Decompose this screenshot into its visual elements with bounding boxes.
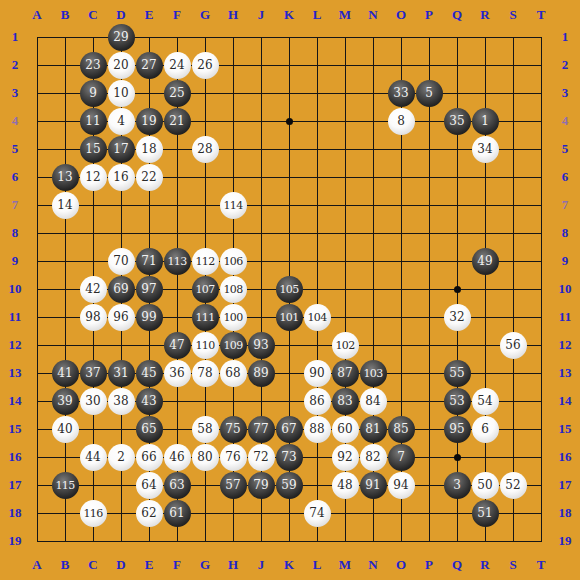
move-number: 4 <box>117 114 125 128</box>
stone-black-71-E9[interactable]: 71 <box>136 248 163 275</box>
move-number: 7 <box>397 450 405 464</box>
move-number: 10 <box>113 86 128 100</box>
col-label-G: G <box>191 551 219 579</box>
stone-black-85-O15[interactable]: 85 <box>388 416 415 443</box>
stone-black-13-B6[interactable]: 13 <box>52 164 79 191</box>
stone-black-53-Q14[interactable]: 53 <box>444 388 471 415</box>
move-number: 47 <box>169 338 184 352</box>
move-number: 88 <box>309 422 324 436</box>
right-row-labels: 12345678910111213141516171819 <box>551 23 579 555</box>
move-number: 48 <box>337 478 352 492</box>
move-number: 93 <box>253 338 268 352</box>
stone-black-105-K10[interactable]: 105 <box>276 276 303 303</box>
stone-black-113-F9[interactable]: 113 <box>164 248 191 275</box>
stone-black-99-E11[interactable]: 99 <box>136 304 163 331</box>
move-number: 13 <box>57 170 72 184</box>
move-number: 2 <box>117 450 125 464</box>
move-number: 44 <box>85 450 100 464</box>
move-number: 71 <box>141 254 156 268</box>
move-number: 36 <box>169 366 184 380</box>
move-number: 76 <box>225 450 240 464</box>
stone-black-45-E13[interactable]: 45 <box>136 360 163 387</box>
stone-white-100-H11[interactable]: 100 <box>220 304 247 331</box>
move-number: 67 <box>281 422 296 436</box>
col-label-S: S <box>499 551 527 579</box>
move-number: 77 <box>253 422 268 436</box>
col-label-Q: Q <box>443 551 471 579</box>
move-number: 104 <box>307 311 326 324</box>
move-number: 9 <box>89 86 97 100</box>
stone-black-57-H17[interactable]: 57 <box>220 472 247 499</box>
stone-black-61-F18[interactable]: 61 <box>164 500 191 527</box>
stone-white-84-N14[interactable]: 84 <box>360 388 387 415</box>
stone-white-34-R5[interactable]: 34 <box>472 136 499 163</box>
move-number: 74 <box>309 506 324 520</box>
stone-black-63-F17[interactable]: 63 <box>164 472 191 499</box>
stone-white-96-D11[interactable]: 96 <box>108 304 135 331</box>
move-number: 80 <box>197 450 212 464</box>
move-number: 8 <box>397 114 405 128</box>
move-number: 99 <box>141 310 156 324</box>
stones-layer[interactable]: 1234567891011121314151617181920212223242… <box>23 23 555 555</box>
row-label-10: 10 <box>551 275 579 303</box>
go-board-diagram: ABCDEFGHJKLMNOPQRST ABCDEFGHJKLMNOPQRST … <box>0 0 580 580</box>
stone-white-68-H13[interactable]: 68 <box>220 360 247 387</box>
stone-black-73-K16[interactable]: 73 <box>276 444 303 471</box>
move-number: 105 <box>279 283 298 296</box>
row-label-12: 12 <box>551 331 579 359</box>
col-label-B: B <box>51 551 79 579</box>
row-label-1: 1 <box>551 23 579 51</box>
stone-white-62-E18[interactable]: 62 <box>136 500 163 527</box>
move-number: 34 <box>477 142 492 156</box>
stone-white-60-M15[interactable]: 60 <box>332 416 359 443</box>
stone-white-110-G12[interactable]: 110 <box>192 332 219 359</box>
move-number: 61 <box>169 506 184 520</box>
stone-white-26-G2[interactable]: 26 <box>192 52 219 79</box>
stone-black-35-Q4[interactable]: 35 <box>444 108 471 135</box>
col-label-E: E <box>135 551 163 579</box>
move-number: 106 <box>223 255 242 268</box>
stone-black-43-E14[interactable]: 43 <box>136 388 163 415</box>
stone-white-30-C14[interactable]: 30 <box>80 388 107 415</box>
stone-black-9-C3[interactable]: 9 <box>80 80 107 107</box>
move-number: 73 <box>281 450 296 464</box>
stone-black-91-N17[interactable]: 91 <box>360 472 387 499</box>
stone-black-69-D10[interactable]: 69 <box>108 276 135 303</box>
stone-black-1-R4[interactable]: 1 <box>472 108 499 135</box>
stone-black-49-R9[interactable]: 49 <box>472 248 499 275</box>
stone-black-25-F3[interactable]: 25 <box>164 80 191 107</box>
move-number: 94 <box>393 478 408 492</box>
move-number: 107 <box>195 283 214 296</box>
stone-black-33-O3[interactable]: 33 <box>388 80 415 107</box>
stone-white-32-Q11[interactable]: 32 <box>444 304 471 331</box>
col-label-N: N <box>359 551 387 579</box>
row-label-19: 19 <box>551 527 579 555</box>
move-number: 60 <box>337 422 352 436</box>
stone-white-116-C18[interactable]: 116 <box>80 500 107 527</box>
move-number: 82 <box>365 450 380 464</box>
move-number: 85 <box>393 422 408 436</box>
move-number: 65 <box>141 422 156 436</box>
move-number: 20 <box>113 58 128 72</box>
col-label-R: R <box>471 551 499 579</box>
row-label-4: 4 <box>551 107 579 135</box>
stone-white-102-M12[interactable]: 102 <box>332 332 359 359</box>
stone-black-17-D5[interactable]: 17 <box>108 136 135 163</box>
row-label-6: 6 <box>551 163 579 191</box>
move-number: 79 <box>253 478 268 492</box>
stone-black-31-D13[interactable]: 31 <box>108 360 135 387</box>
stone-black-93-J12[interactable]: 93 <box>248 332 275 359</box>
move-number: 32 <box>449 310 464 324</box>
stone-white-106-H9[interactable]: 106 <box>220 248 247 275</box>
move-number: 69 <box>113 282 128 296</box>
stone-black-103-N13[interactable]: 103 <box>360 360 387 387</box>
stone-white-104-L11[interactable]: 104 <box>304 304 331 331</box>
move-number: 23 <box>85 58 100 72</box>
stone-white-48-M17[interactable]: 48 <box>332 472 359 499</box>
col-label-D: D <box>107 551 135 579</box>
move-number: 89 <box>253 366 268 380</box>
col-label-K: K <box>275 551 303 579</box>
move-number: 12 <box>85 170 100 184</box>
move-number: 114 <box>223 199 242 212</box>
move-number: 108 <box>223 283 242 296</box>
row-label-3: 3 <box>551 79 579 107</box>
stone-white-50-R17[interactable]: 50 <box>472 472 499 499</box>
stone-white-6-R15[interactable]: 6 <box>472 416 499 443</box>
stone-white-24-F2[interactable]: 24 <box>164 52 191 79</box>
move-number: 91 <box>365 478 380 492</box>
move-number: 40 <box>57 422 72 436</box>
stone-black-59-K17[interactable]: 59 <box>276 472 303 499</box>
stone-white-44-C16[interactable]: 44 <box>80 444 107 471</box>
move-number: 25 <box>169 86 184 100</box>
move-number: 35 <box>449 114 464 128</box>
move-number: 17 <box>113 142 128 156</box>
stone-black-101-K11[interactable]: 101 <box>276 304 303 331</box>
move-number: 11 <box>85 114 100 128</box>
move-number: 29 <box>113 30 128 44</box>
stone-white-80-G16[interactable]: 80 <box>192 444 219 471</box>
row-label-13: 13 <box>551 359 579 387</box>
move-number: 63 <box>169 478 184 492</box>
move-number: 33 <box>393 86 408 100</box>
stone-white-28-G5[interactable]: 28 <box>192 136 219 163</box>
stone-white-36-F13[interactable]: 36 <box>164 360 191 387</box>
stone-black-67-K15[interactable]: 67 <box>276 416 303 443</box>
stone-white-76-H16[interactable]: 76 <box>220 444 247 471</box>
col-label-L: L <box>303 551 331 579</box>
stone-white-56-S12[interactable]: 56 <box>500 332 527 359</box>
stone-white-112-G9[interactable]: 112 <box>192 248 219 275</box>
move-number: 16 <box>113 170 128 184</box>
move-number: 56 <box>505 338 520 352</box>
stone-white-38-D14[interactable]: 38 <box>108 388 135 415</box>
stone-black-87-M13[interactable]: 87 <box>332 360 359 387</box>
stone-black-27-E2[interactable]: 27 <box>136 52 163 79</box>
move-number: 103 <box>363 367 382 380</box>
move-number: 92 <box>337 450 352 464</box>
stone-black-7-O16[interactable]: 7 <box>388 444 415 471</box>
move-number: 3 <box>453 478 461 492</box>
move-number: 57 <box>225 478 240 492</box>
move-number: 83 <box>337 394 352 408</box>
stone-white-4-D4[interactable]: 4 <box>108 108 135 135</box>
row-label-17: 17 <box>551 471 579 499</box>
move-number: 39 <box>57 394 72 408</box>
move-number: 19 <box>141 114 156 128</box>
stone-white-114-H7[interactable]: 114 <box>220 192 247 219</box>
move-number: 70 <box>113 254 128 268</box>
move-number: 38 <box>113 394 128 408</box>
stone-black-81-N15[interactable]: 81 <box>360 416 387 443</box>
move-number: 53 <box>449 394 464 408</box>
move-number: 31 <box>113 366 128 380</box>
stone-black-75-H15[interactable]: 75 <box>220 416 247 443</box>
stone-white-92-M16[interactable]: 92 <box>332 444 359 471</box>
stone-white-58-G15[interactable]: 58 <box>192 416 219 443</box>
stone-white-74-L18[interactable]: 74 <box>304 500 331 527</box>
move-number: 43 <box>141 394 156 408</box>
stone-white-18-E5[interactable]: 18 <box>136 136 163 163</box>
move-number: 1 <box>481 114 489 128</box>
move-number: 101 <box>279 311 298 324</box>
row-label-5: 5 <box>551 135 579 163</box>
row-label-2: 2 <box>551 51 579 79</box>
move-number: 64 <box>141 478 156 492</box>
move-number: 115 <box>55 479 74 492</box>
stone-white-108-H10[interactable]: 108 <box>220 276 247 303</box>
stone-white-16-D6[interactable]: 16 <box>108 164 135 191</box>
move-number: 54 <box>477 394 492 408</box>
move-number: 37 <box>85 366 100 380</box>
col-label-F: F <box>163 551 191 579</box>
move-number: 22 <box>141 170 156 184</box>
stone-white-94-O17[interactable]: 94 <box>388 472 415 499</box>
move-number: 28 <box>197 142 212 156</box>
move-number: 90 <box>309 366 324 380</box>
stone-black-15-C5[interactable]: 15 <box>80 136 107 163</box>
row-label-15: 15 <box>551 415 579 443</box>
stone-white-90-L13[interactable]: 90 <box>304 360 331 387</box>
move-number: 98 <box>85 310 100 324</box>
stone-black-83-M14[interactable]: 83 <box>332 388 359 415</box>
stone-black-21-F4[interactable]: 21 <box>164 108 191 135</box>
move-number: 97 <box>141 282 156 296</box>
move-number: 51 <box>477 506 492 520</box>
move-number: 5 <box>425 86 433 100</box>
move-number: 45 <box>141 366 156 380</box>
move-number: 116 <box>83 507 102 520</box>
row-label-18: 18 <box>551 499 579 527</box>
move-number: 102 <box>335 339 354 352</box>
row-label-9: 9 <box>551 247 579 275</box>
stone-black-29-D1[interactable]: 29 <box>108 24 135 51</box>
stone-white-54-R14[interactable]: 54 <box>472 388 499 415</box>
stone-black-89-J13[interactable]: 89 <box>248 360 275 387</box>
stone-white-8-O4[interactable]: 8 <box>388 108 415 135</box>
col-label-A: A <box>23 551 51 579</box>
stone-black-115-B17[interactable]: 115 <box>52 472 79 499</box>
move-number: 24 <box>169 58 184 72</box>
stone-black-5-P3[interactable]: 5 <box>416 80 443 107</box>
stone-black-41-B13[interactable]: 41 <box>52 360 79 387</box>
stone-white-64-E17[interactable]: 64 <box>136 472 163 499</box>
stone-black-37-C13[interactable]: 37 <box>80 360 107 387</box>
move-number: 100 <box>223 311 242 324</box>
move-number: 68 <box>225 366 240 380</box>
col-label-H: H <box>219 551 247 579</box>
move-number: 81 <box>365 422 380 436</box>
move-number: 110 <box>195 339 214 352</box>
move-number: 26 <box>197 58 212 72</box>
stone-white-2-D16[interactable]: 2 <box>108 444 135 471</box>
move-number: 27 <box>141 58 156 72</box>
stone-black-19-E4[interactable]: 19 <box>136 108 163 135</box>
move-number: 86 <box>309 394 324 408</box>
move-number: 55 <box>449 366 464 380</box>
row-label-11: 11 <box>551 303 579 331</box>
move-number: 46 <box>169 450 184 464</box>
col-label-T: T <box>527 551 555 579</box>
col-label-J: J <box>247 551 275 579</box>
stone-white-10-D3[interactable]: 10 <box>108 80 135 107</box>
col-label-M: M <box>331 551 359 579</box>
move-number: 66 <box>141 450 156 464</box>
stone-white-14-B7[interactable]: 14 <box>52 192 79 219</box>
stone-white-46-F16[interactable]: 46 <box>164 444 191 471</box>
bottom-column-labels: ABCDEFGHJKLMNOPQRST <box>23 551 555 579</box>
stone-white-88-L15[interactable]: 88 <box>304 416 331 443</box>
stone-white-98-C11[interactable]: 98 <box>80 304 107 331</box>
stone-black-23-C2[interactable]: 23 <box>80 52 107 79</box>
move-number: 111 <box>195 311 214 324</box>
move-number: 50 <box>477 478 492 492</box>
move-number: 42 <box>85 282 100 296</box>
move-number: 78 <box>197 366 212 380</box>
stone-black-47-F12[interactable]: 47 <box>164 332 191 359</box>
stone-black-111-G11[interactable]: 111 <box>192 304 219 331</box>
move-number: 113 <box>167 255 186 268</box>
stone-white-52-S17[interactable]: 52 <box>500 472 527 499</box>
move-number: 96 <box>113 310 128 324</box>
stone-black-55-Q13[interactable]: 55 <box>444 360 471 387</box>
stone-white-70-D9[interactable]: 70 <box>108 248 135 275</box>
move-number: 30 <box>85 394 100 408</box>
stone-black-3-Q17[interactable]: 3 <box>444 472 471 499</box>
stone-black-51-R18[interactable]: 51 <box>472 500 499 527</box>
stone-white-22-E6[interactable]: 22 <box>136 164 163 191</box>
stone-black-77-J15[interactable]: 77 <box>248 416 275 443</box>
stone-white-72-J16[interactable]: 72 <box>248 444 275 471</box>
move-number: 6 <box>481 422 489 436</box>
move-number: 62 <box>141 506 156 520</box>
move-number: 41 <box>57 366 72 380</box>
move-number: 109 <box>223 339 242 352</box>
stone-black-39-B14[interactable]: 39 <box>52 388 79 415</box>
move-number: 58 <box>197 422 212 436</box>
stone-white-86-L14[interactable]: 86 <box>304 388 331 415</box>
stone-black-109-H12[interactable]: 109 <box>220 332 247 359</box>
stone-black-11-C4[interactable]: 11 <box>80 108 107 135</box>
stone-black-107-G10[interactable]: 107 <box>192 276 219 303</box>
row-label-8: 8 <box>551 219 579 247</box>
move-number: 112 <box>195 255 214 268</box>
stone-white-66-E16[interactable]: 66 <box>136 444 163 471</box>
stone-white-20-D2[interactable]: 20 <box>108 52 135 79</box>
stone-black-79-J17[interactable]: 79 <box>248 472 275 499</box>
stone-white-12-C6[interactable]: 12 <box>80 164 107 191</box>
move-number: 72 <box>253 450 268 464</box>
row-label-16: 16 <box>551 443 579 471</box>
col-label-C: C <box>79 551 107 579</box>
move-number: 49 <box>477 254 492 268</box>
move-number: 52 <box>505 478 520 492</box>
col-label-O: O <box>387 551 415 579</box>
move-number: 21 <box>169 114 184 128</box>
move-number: 59 <box>281 478 296 492</box>
stone-black-65-E15[interactable]: 65 <box>136 416 163 443</box>
move-number: 15 <box>85 142 100 156</box>
stone-black-95-Q15[interactable]: 95 <box>444 416 471 443</box>
stone-white-42-C10[interactable]: 42 <box>80 276 107 303</box>
row-label-14: 14 <box>551 387 579 415</box>
move-number: 95 <box>449 422 464 436</box>
move-number: 14 <box>57 198 72 212</box>
stone-white-40-B15[interactable]: 40 <box>52 416 79 443</box>
move-number: 18 <box>141 142 156 156</box>
move-number: 75 <box>225 422 240 436</box>
stone-white-82-N16[interactable]: 82 <box>360 444 387 471</box>
col-label-P: P <box>415 551 443 579</box>
row-label-7: 7 <box>551 191 579 219</box>
stone-black-97-E10[interactable]: 97 <box>136 276 163 303</box>
move-number: 84 <box>365 394 380 408</box>
move-number: 87 <box>337 366 352 380</box>
stone-white-78-G13[interactable]: 78 <box>192 360 219 387</box>
